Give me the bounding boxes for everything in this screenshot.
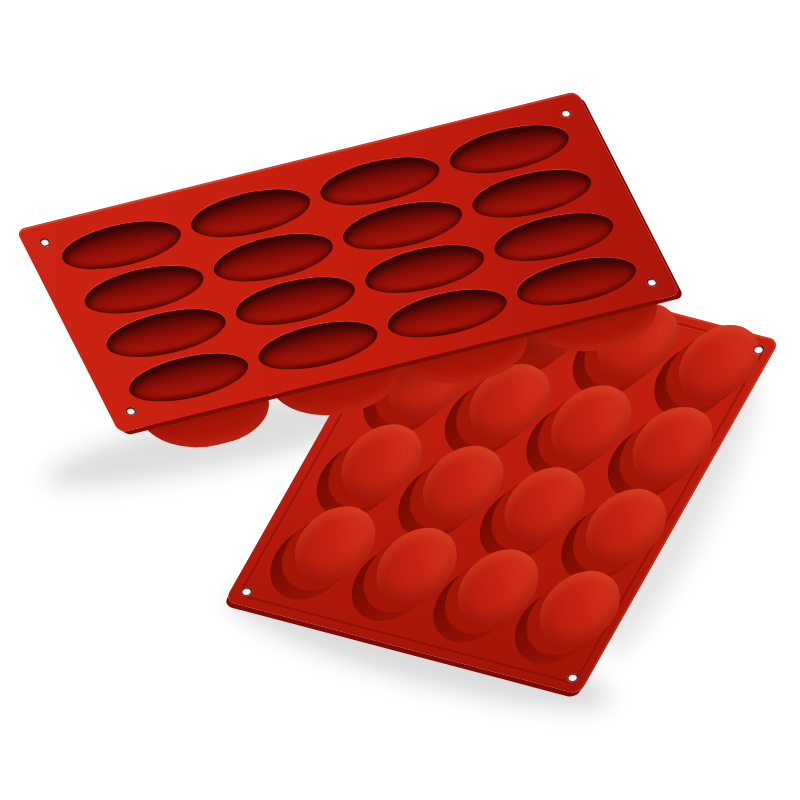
product-photo xyxy=(0,0,800,800)
